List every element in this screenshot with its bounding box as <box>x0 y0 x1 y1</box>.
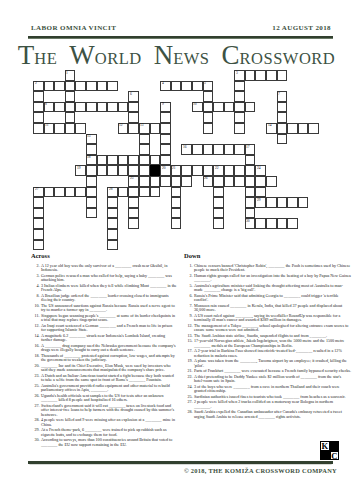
grid-cell[interactable] <box>97 102 108 113</box>
grid-cell[interactable] <box>213 187 224 198</box>
clue-number: 1. <box>184 263 194 272</box>
grid-cell[interactable] <box>203 123 214 134</box>
grid-cell[interactable] <box>245 187 256 198</box>
grid-cell[interactable] <box>54 187 65 198</box>
grid-cell[interactable] <box>213 208 224 219</box>
clue-number: 21. <box>184 369 194 374</box>
grid-cell[interactable] <box>224 144 235 155</box>
cell-number: 17 <box>246 145 250 149</box>
clue-text: A plane was taken from the ________, Tac… <box>194 359 351 368</box>
logo-letter-c: C <box>330 451 340 461</box>
clue-text: A Brazilian judge ordered the ________ b… <box>41 293 177 302</box>
clue-item: 26.Uganda's health officials sent sample… <box>31 393 177 402</box>
grid-cell[interactable] <box>245 102 256 113</box>
clue-item: 2.A 12 year old boy was the only survivo… <box>31 263 177 272</box>
clue-number: 11. <box>31 313 41 322</box>
grid-cell[interactable] <box>107 81 118 92</box>
cell-number: 6 <box>130 92 132 96</box>
clue-item: 7.Monsoon rain caused ________ in Kerala… <box>184 303 351 312</box>
grid-cell[interactable]: 14 <box>266 123 277 134</box>
grid-cell[interactable]: 28 <box>107 187 118 198</box>
grid-cell[interactable] <box>234 91 245 102</box>
title-word-news: NEWS <box>154 50 210 67</box>
cell-number: 8 <box>45 102 47 106</box>
grid-cell[interactable] <box>33 197 44 208</box>
grid-cell[interactable] <box>213 197 224 208</box>
clue-number: 3. <box>31 273 41 282</box>
logo-letter-k: K <box>320 441 330 451</box>
clue-item: 18.Thousands of ________ protested again… <box>31 353 177 362</box>
clue-text: Chinese censors banned 'Christopher Robi… <box>194 263 351 272</box>
grid-cell[interactable] <box>203 165 214 176</box>
clue-number: 7. <box>184 303 194 312</box>
grid-cell[interactable] <box>213 218 224 229</box>
grid-cell[interactable]: 30 <box>245 218 256 229</box>
clue-number: 27. <box>31 403 41 417</box>
across-list: 2.A 12 year old boy was the only survivo… <box>31 263 177 448</box>
clue-number: 10. <box>31 303 41 312</box>
grid-cell[interactable] <box>298 123 309 134</box>
grid-cell[interactable] <box>181 176 192 187</box>
grid-cell[interactable] <box>65 187 76 198</box>
clue-number: 24. <box>184 384 194 393</box>
grid-cell[interactable] <box>160 144 171 155</box>
grid-cell[interactable] <box>245 70 256 81</box>
grid-cell[interactable] <box>107 208 118 219</box>
clue-item: 29.At a French theme-park, 6 ________ we… <box>31 428 177 437</box>
grid-cell[interactable]: 12 <box>118 123 129 134</box>
grid-cell[interactable] <box>128 165 139 176</box>
clue-text: Singapore began scanning people's ______… <box>41 313 177 322</box>
clue-item: 28.4 people were killed and 9 were missi… <box>31 418 177 427</box>
clue-number: 2. <box>184 273 194 282</box>
clue-text: A magnitude 6.2 ________ struck near Ind… <box>41 333 177 342</box>
grid-cell[interactable] <box>255 176 266 187</box>
clue-number: 20. <box>31 363 41 372</box>
clue-number: 2. <box>31 263 41 272</box>
grid-cell[interactable] <box>33 218 44 229</box>
grid-cell[interactable] <box>86 208 97 219</box>
grid-cell[interactable] <box>107 197 118 208</box>
copyright: © 2018, THE KOMIŽA CROSSWORD COMPANY <box>184 467 337 474</box>
clue-text: A US court ruled against ________, sayin… <box>194 313 351 322</box>
grid-cell[interactable]: 15 <box>86 134 97 145</box>
grid-cell[interactable] <box>160 123 171 134</box>
grid-cell[interactable] <box>139 155 150 166</box>
clue-number: 4. <box>31 283 41 292</box>
cell-number: 28 <box>109 187 113 191</box>
grid-cell[interactable] <box>65 123 76 134</box>
clue-item: 10.The US announced sanctions against Ru… <box>31 303 177 312</box>
grid-cell[interactable]: 29 <box>255 197 266 208</box>
clue-number: 16. <box>31 343 41 352</box>
grid-cell[interactable] <box>107 155 118 166</box>
grid-cell[interactable] <box>139 176 150 187</box>
clue-item: 11.Singapore began scanning people's ___… <box>31 313 177 322</box>
grid-cell[interactable] <box>203 112 214 123</box>
grid-cell[interactable]: 6 <box>128 91 139 102</box>
clue-text: A thief pretending to be Daddy Yankee st… <box>194 374 351 383</box>
clue-text: The Saudi Arabian state airline, Saudia,… <box>194 333 351 338</box>
grid-cell[interactable] <box>234 102 245 113</box>
grid-cell[interactable] <box>277 112 288 123</box>
grid-cell[interactable]: 19 <box>75 165 86 176</box>
clue-item: 6.Russia's Prime Minister said that admi… <box>184 293 351 302</box>
cell-number: 3 <box>236 71 238 75</box>
clue-text: A 2-year trial in Burkina Faso showed in… <box>194 349 351 358</box>
grid-cell[interactable] <box>234 144 245 155</box>
grid-cell[interactable] <box>65 112 76 123</box>
grid-cell[interactable]: 8 <box>44 102 55 113</box>
grid-cell[interactable] <box>86 165 97 176</box>
grid-cell[interactable] <box>308 123 319 134</box>
clue-text: At a French theme-park, 6 ________ were … <box>41 428 177 437</box>
grid-cell[interactable] <box>192 165 203 176</box>
grid-cell[interactable]: 27 <box>33 187 44 198</box>
grid-cell[interactable]: 3 <box>234 70 245 81</box>
title-word-the: THE <box>18 50 58 67</box>
grid-cell[interactable] <box>245 165 256 176</box>
title-word-crossword: CROSSWORD <box>222 50 336 67</box>
clue-item: 23.A Dutch and an Italian-American touri… <box>31 373 177 382</box>
grid-cell[interactable] <box>234 176 245 187</box>
grid-cell[interactable]: 9 <box>160 102 171 113</box>
grid-cell[interactable] <box>54 81 65 92</box>
grid-cell[interactable] <box>266 218 277 229</box>
grid-cell[interactable] <box>33 112 44 123</box>
grid-cell[interactable]: 17 <box>245 144 256 155</box>
grid-cell[interactable] <box>44 81 55 92</box>
clue-item: 12.An Iraqi court sentenced a German ___… <box>31 323 177 332</box>
grid-cell[interactable] <box>171 187 182 198</box>
cell-number: 4 <box>162 81 164 85</box>
grid-cell[interactable] <box>54 123 65 134</box>
cell-number: 18 <box>87 155 91 159</box>
clue-lists: Across 2.A 12 year old boy was the only … <box>31 252 353 448</box>
clue-text: 4 people were killed and 9 were missing … <box>41 418 177 427</box>
grid-cell[interactable] <box>128 197 139 208</box>
cell-number: 9 <box>162 102 164 106</box>
grid-cell[interactable] <box>203 91 214 102</box>
grid-cell[interactable] <box>65 102 76 113</box>
clue-text: 3 of the boys who were ________ from a c… <box>194 384 351 393</box>
clue-item: 25.Australia's government provided radio… <box>31 383 177 392</box>
clue-text: A Dutch and an Italian-American tourist … <box>41 373 177 382</box>
grid-cell[interactable] <box>277 70 288 81</box>
clue-text: ________ Inc and its Chief Executive, El… <box>41 363 177 372</box>
clue-number: 27. <box>184 400 194 409</box>
grid-cell[interactable]: 21 <box>171 165 182 176</box>
grid-cell[interactable] <box>86 176 97 187</box>
cell-number: 26 <box>204 176 208 180</box>
clue-number: 12. <box>31 323 41 332</box>
cell-number: 7 <box>278 92 280 96</box>
grid-cell[interactable] <box>97 155 108 166</box>
grid-cell[interactable] <box>65 81 76 92</box>
cell-number: 10 <box>193 102 197 106</box>
grid-cell[interactable] <box>86 102 97 113</box>
clue-number: 9. <box>184 313 194 322</box>
cell-number: 11 <box>45 123 48 127</box>
grid-cell[interactable] <box>150 187 161 198</box>
grid-cell[interactable] <box>97 165 108 176</box>
down-list: 1.Chinese censors banned 'Christopher Ro… <box>184 263 351 420</box>
grid-cell[interactable] <box>277 218 288 229</box>
grid-cell[interactable] <box>139 165 150 176</box>
grid-cell[interactable] <box>245 176 256 187</box>
clue-number: 28. <box>31 418 41 427</box>
masthead-rule <box>28 36 333 39</box>
clue-text: The management of a Tokyo ________ schoo… <box>194 323 351 332</box>
grid-cell[interactable]: 10 <box>192 102 203 113</box>
clue-text: 2 people were killed when 2 trucks colli… <box>194 400 351 409</box>
cell-number: 30 <box>246 219 250 223</box>
clue-item: 21.Parts of Frankfurt ________ were evac… <box>184 369 351 374</box>
clue-text: Russia's Prime Minister said that admitt… <box>194 293 351 302</box>
grid-cell[interactable] <box>33 229 44 240</box>
grid-cell[interactable] <box>118 155 129 166</box>
clue-item: 5.Australia's agriculture minister said … <box>184 283 351 292</box>
grid-cell[interactable] <box>160 134 171 145</box>
clue-number: 8. <box>31 293 41 302</box>
grid-cell[interactable] <box>266 70 277 81</box>
cell-number: 13 <box>140 123 144 127</box>
grid-cell[interactable] <box>171 218 182 229</box>
grid-cell[interactable]: 5 <box>203 81 214 92</box>
clue-item: 22.A thief pretending to be Daddy Yankee… <box>184 374 351 383</box>
grid-cell[interactable] <box>192 144 203 155</box>
clue-text: Uganda's health officials sent samples t… <box>41 393 177 402</box>
grid-cell[interactable] <box>107 229 118 240</box>
grid-cell[interactable]: 2 <box>33 81 44 92</box>
cell-number: 20 <box>162 166 166 170</box>
grid-cell[interactable]: 22 <box>213 165 224 176</box>
grid-cell[interactable] <box>234 81 245 92</box>
grid-cell[interactable] <box>128 218 139 229</box>
clue-item: 25.Sardinian authorities issued fines to… <box>184 394 351 399</box>
grid-cell[interactable] <box>139 134 150 145</box>
grid-cell[interactable] <box>234 123 245 134</box>
grid-cell[interactable] <box>255 187 266 198</box>
logo-black-square <box>320 451 330 461</box>
grid-cell[interactable] <box>107 102 118 113</box>
clue-text: Thousands of ________ protested against … <box>41 353 177 362</box>
grid-cell[interactable] <box>287 123 298 134</box>
grid-cell[interactable] <box>245 155 256 166</box>
down-clue-column: Down 1.Chinese censors banned 'Christoph… <box>184 252 351 448</box>
cell-number: 15 <box>87 134 91 138</box>
grid-cell[interactable] <box>213 144 224 155</box>
grid-cell[interactable] <box>277 197 288 208</box>
grid-cell[interactable] <box>139 187 150 198</box>
grid-cell[interactable] <box>160 155 171 166</box>
grid-cell[interactable] <box>86 81 97 92</box>
clue-number: 5. <box>184 283 194 292</box>
clue-item: 9.A US court ruled against ________, say… <box>184 313 351 322</box>
grid-cell[interactable] <box>255 218 266 229</box>
grid-cell[interactable] <box>128 187 139 198</box>
cell-number: 16 <box>183 145 187 149</box>
grid-cell[interactable] <box>33 91 44 102</box>
cell-number: 27 <box>35 187 39 191</box>
grid-cell[interactable] <box>224 102 235 113</box>
clue-item: 13.The Saudi Arabian state airline, Saud… <box>184 333 351 338</box>
cell-number: 12 <box>119 123 123 127</box>
grid-cell[interactable] <box>277 102 288 113</box>
grid-cell[interactable] <box>33 240 44 251</box>
crossword-grid[interactable]: 3245810111213141618192021222526272829301… <box>33 70 330 250</box>
grid-cell[interactable] <box>171 81 182 92</box>
clue-number: 25. <box>31 383 41 392</box>
grid-cell[interactable] <box>128 102 139 113</box>
grid-cell[interactable] <box>234 165 245 176</box>
grid-cell[interactable] <box>118 187 129 198</box>
clue-text: Australia's government provided radio eq… <box>41 383 177 392</box>
grid-cell[interactable] <box>287 218 298 229</box>
clue-number: 29. <box>31 428 41 437</box>
grid-cell[interactable] <box>203 144 214 155</box>
across-header: Across <box>31 252 177 260</box>
grid-cell[interactable] <box>277 123 288 134</box>
clue-item: 27.Switzerland's government said it will… <box>31 403 177 417</box>
clue-item: 8.A Brazilian judge ordered the ________… <box>31 293 177 302</box>
clue-item: 2.Human rights groups called for an inve… <box>184 273 351 282</box>
clue-item: 1.Chinese censors banned 'Christopher Ro… <box>184 263 351 272</box>
masthead-date: 12 AUGUST 2018 <box>272 24 331 32</box>
grid-cell[interactable] <box>128 123 139 134</box>
grid-cell[interactable] <box>150 123 161 134</box>
grid-cell[interactable] <box>97 81 108 92</box>
grid-cell[interactable] <box>33 123 44 134</box>
grid-cell[interactable] <box>213 102 224 113</box>
grid-cell[interactable]: 26 <box>203 176 214 187</box>
grid-cell[interactable] <box>181 165 192 176</box>
grid-cell[interactable]: 11 <box>44 123 55 134</box>
grid-cell[interactable] <box>107 165 118 176</box>
cell-number: 21 <box>172 166 176 170</box>
grid-cell[interactable] <box>75 81 86 92</box>
grid-cell[interactable] <box>160 176 171 187</box>
grid-cell[interactable] <box>75 123 86 134</box>
grid-cell[interactable] <box>86 187 97 198</box>
grid-cell[interactable] <box>255 70 266 81</box>
grid-cell[interactable]: 20 <box>160 165 171 176</box>
grid-cell[interactable] <box>75 187 86 198</box>
clue-number: 22. <box>184 374 194 383</box>
grid-cell[interactable]: 7 <box>277 91 288 102</box>
grid-cell[interactable] <box>128 112 139 123</box>
cell-number: 1 <box>66 71 68 75</box>
grid-cell[interactable] <box>245 197 256 208</box>
clue-number: 18. <box>31 353 41 362</box>
grid-cell[interactable] <box>150 155 161 166</box>
clue-text: A ________ drug company sued the Nebrask… <box>41 343 177 352</box>
grid-cell[interactable] <box>171 208 182 219</box>
clue-text: 3 Italian climbers were killed when they… <box>41 283 177 292</box>
grid-cell[interactable] <box>139 144 150 155</box>
grid-cell[interactable] <box>203 102 214 113</box>
grid-cell[interactable] <box>128 155 139 166</box>
grid-cell[interactable] <box>171 197 182 208</box>
clue-number: 25. <box>184 394 194 399</box>
grid-cell[interactable]: 16 <box>181 144 192 155</box>
grid-cell[interactable] <box>107 240 118 251</box>
grid-cell[interactable] <box>33 208 44 219</box>
grid-cell[interactable] <box>171 176 182 187</box>
grid-cell[interactable] <box>107 218 118 229</box>
clue-item: 12.The management of a Tokyo ________ sc… <box>184 323 351 332</box>
grid-cell[interactable] <box>224 176 235 187</box>
grid-cell[interactable] <box>224 165 235 176</box>
grid-cell[interactable] <box>277 134 288 145</box>
grid-cell[interactable]: 25 <box>128 176 139 187</box>
grid-cell[interactable] <box>266 176 277 187</box>
clue-item: 3.German police rescued a man who called… <box>31 273 177 282</box>
cell-number: 2 <box>35 81 37 85</box>
grid-cell[interactable] <box>234 112 245 123</box>
down-header: Down <box>184 252 351 260</box>
grid-cell[interactable] <box>298 197 309 208</box>
masthead: LABOR OMNIA VINCIT 12 AUGUST 2018 <box>31 24 331 32</box>
grid-cell[interactable] <box>192 81 203 92</box>
grid-cell[interactable] <box>65 91 76 102</box>
grid-cell[interactable]: 4 <box>160 81 171 92</box>
grid-cell[interactable] <box>86 144 97 155</box>
clue-text: According to surveys, more than 100 cons… <box>41 438 177 447</box>
grid-cell[interactable] <box>33 102 44 113</box>
cell-number: 14 <box>268 123 272 127</box>
grid-cell[interactable]: 24 <box>255 165 266 176</box>
page-title: THE WORLD NEWS CROSSWORD <box>0 40 353 71</box>
clue-text: Australia's agriculture minister said li… <box>194 283 351 292</box>
title-word-world: WORLD <box>69 50 141 67</box>
cell-number: 29 <box>257 198 261 202</box>
grid-cell[interactable] <box>160 112 171 123</box>
grid-cell[interactable] <box>75 102 86 113</box>
clue-text: A 12 year old boy was the only survivor … <box>41 263 177 272</box>
grid-cell[interactable] <box>245 208 256 219</box>
clue-item: 28.Saudi Arabia expelled the Canadian am… <box>184 410 351 419</box>
cell-number: 19 <box>77 166 81 170</box>
grid-cell[interactable]: 13 <box>139 123 150 134</box>
clue-number: 28. <box>184 410 194 419</box>
masthead-motto: LABOR OMNIA VINCIT <box>31 24 116 32</box>
logo-black-square <box>330 441 340 451</box>
clue-number: 17. <box>184 349 194 358</box>
grid-cell[interactable]: 1 <box>65 70 76 81</box>
clue-item: 14.A magnitude 6.2 ________ struck near … <box>31 333 177 342</box>
grid-cell[interactable] <box>150 176 161 187</box>
clue-item: 17.A 2-year trial in Burkina Faso showed… <box>184 349 351 358</box>
clue-number: 19. <box>184 359 194 368</box>
grid-cell[interactable] <box>128 208 139 219</box>
grid-cell[interactable] <box>213 176 224 187</box>
grid-cell[interactable] <box>287 197 298 208</box>
grid-cell[interactable] <box>118 102 129 113</box>
grid-cell[interactable] <box>118 165 129 176</box>
grid-cell[interactable] <box>181 81 192 92</box>
cell-number: 25 <box>130 176 134 180</box>
clue-text: Parts of Frankfurt ________ were evacuat… <box>194 369 351 374</box>
grid-cell[interactable]: 18 <box>86 155 97 166</box>
clue-number: 12. <box>184 323 194 332</box>
grid-cell[interactable] <box>54 102 65 113</box>
clue-number: 30. <box>31 438 41 447</box>
grid-cell[interactable] <box>44 187 55 198</box>
grid-cell[interactable] <box>266 197 277 208</box>
clue-item: 15.17-year-old Norwegian athlete, Jakob … <box>184 339 351 348</box>
grid-cell[interactable] <box>86 197 97 208</box>
